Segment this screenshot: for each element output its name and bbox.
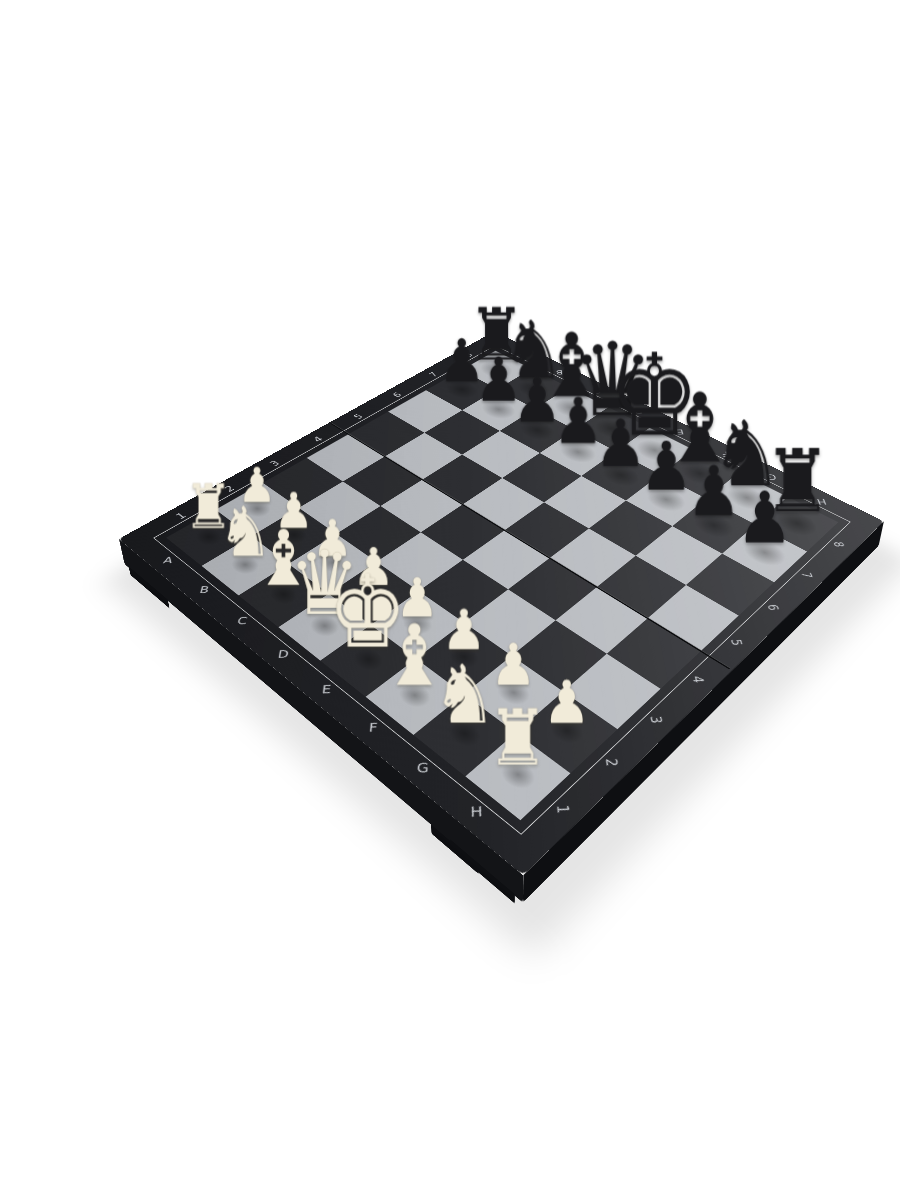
file-label-top-A: A	[519, 351, 527, 358]
file-label-top-C: C	[593, 388, 602, 395]
piece-glyph-h7: ♟	[706, 485, 824, 553]
pieces-layer: ♜♞♝♛♚♝♞♜♟♟♟♟♟♟♟♟♟♟♟♟♟♟♟♟♜♞♝♛♚♝♞♜	[119, 331, 884, 875]
file-label-top-D: D	[633, 407, 643, 415]
file-label-top-B: B	[555, 369, 563, 376]
piece-glyph-h1: ♜	[446, 701, 591, 774]
